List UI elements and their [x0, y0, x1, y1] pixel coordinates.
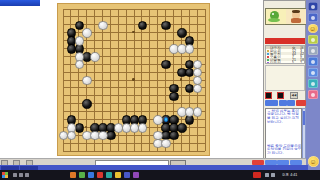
grid-line: [157, 9, 158, 151]
icon-glyph: [311, 60, 315, 64]
right-toolbar: ☺☺: [306, 0, 320, 180]
black-player-avatar: [266, 9, 287, 24]
star-point: [132, 78, 134, 80]
tray-icon[interactable]: [271, 173, 275, 177]
white-stone: [75, 36, 84, 45]
chart-icon[interactable]: [308, 68, 318, 77]
white-stone: [82, 28, 91, 37]
grid-line: [63, 151, 205, 152]
screen: S.Applet 대국실 1024 ● 청룡 5단 (흑) ○ 백호 7단 (백…: [0, 0, 320, 180]
status-tab-메모[interactable]: 메모: [1, 166, 19, 170]
white-stone: [90, 52, 99, 61]
player-list[interactable]: 대국자 승 패 한수위 12 3 돌부처 44 42 구름이 7 9 바람돌 2…: [265, 45, 305, 64]
chat-panel[interactable]: → 하변 전투는 흑이 성공입니다. 백 석점을 잡고 실리가 크게 났습니다.…: [265, 108, 302, 159]
white-stone: [185, 44, 194, 53]
icon-glyph: [311, 5, 315, 9]
grid-line: [63, 95, 205, 96]
sidebar-top-row: 대국실 1024: [265, 2, 305, 7]
white-stone: [75, 60, 84, 69]
white-player-avatar: [286, 9, 306, 24]
action-button-관전[interactable]: 관전: [279, 100, 287, 106]
black-stone: [169, 92, 178, 101]
icon-glyph: [311, 49, 315, 53]
heart-icon[interactable]: [308, 90, 318, 99]
player-icon: [267, 62, 269, 64]
white-stone: [193, 84, 202, 93]
tray-icon[interactable]: [265, 173, 269, 177]
taskbar-app-icon[interactable]: [88, 172, 94, 178]
taskbar-app-icon[interactable]: [133, 172, 139, 178]
black-stone: [161, 60, 170, 69]
quicklaunch-icon[interactable]: [13, 173, 17, 177]
person-hair: [292, 10, 300, 13]
tools-icon[interactable]: [308, 79, 318, 88]
star-point: [132, 31, 134, 33]
empty-panel: [265, 65, 305, 91]
disk-icon[interactable]: [308, 57, 318, 66]
grid-line: [63, 143, 205, 144]
action-button-나가기[interactable]: 나가기: [296, 100, 306, 106]
black-player-caption: ● 청룡 5단 (흑): [265, 24, 305, 28]
star-point: [180, 78, 182, 80]
white-stone: [193, 107, 202, 116]
window-titlebar[interactable]: S.Applet: [0, 0, 40, 6]
taskbar-app-icon[interactable]: [124, 172, 130, 178]
player-cartoons: [265, 8, 307, 25]
room-icon[interactable]: [308, 2, 318, 11]
icon-glyph: [311, 93, 315, 97]
leaf-icon[interactable]: [308, 35, 318, 44]
taskbar-app-icon[interactable]: [79, 172, 85, 178]
black-stone: [169, 131, 178, 140]
taskbar-app-icon[interactable]: [70, 172, 76, 178]
black-stone: [177, 123, 186, 132]
status-tab-대화[interactable]: 대화: [20, 166, 38, 170]
action-button-채팅[interactable]: 채팅: [287, 100, 295, 106]
taskbar-app-icon[interactable]: [106, 172, 112, 178]
taskbar[interactable]: 오후 4:41: [0, 170, 320, 180]
star-point: [85, 126, 87, 128]
black-stone: [177, 28, 186, 37]
chat-line: → 하변 전투는 흑이 성공입니다. 백 석점을 잡고 실리가 크게 났습니다.: [267, 109, 302, 143]
person-body: [291, 18, 301, 23]
white-stone: [138, 123, 147, 132]
white-player-caption: ○ 백호 7단 (백): [265, 29, 305, 33]
smiley-icon[interactable]: ☺: [308, 24, 318, 33]
grid-line: [63, 87, 205, 88]
taskbar-app-icon[interactable]: [97, 172, 103, 178]
action-button-대국신청[interactable]: 대국신청: [265, 100, 278, 106]
grid-line: [149, 9, 150, 151]
snake-eye: [272, 13, 274, 15]
white-stone: [98, 21, 107, 30]
go-board[interactable]: [57, 3, 210, 156]
snake-body: [268, 18, 280, 22]
doc-icon[interactable]: [308, 46, 318, 55]
icon-glyph: [311, 71, 315, 75]
white-stone: [153, 115, 162, 124]
move-nav-row: ◀◀◀▶▶▶: [265, 92, 305, 99]
taskbar-app-icon[interactable]: [115, 172, 121, 178]
move-nav-button[interactable]: ◀◀: [290, 92, 298, 99]
game-info-line: 제한시간 10분 · 초읽기 30초 3회: [265, 34, 305, 38]
bottom-smiley-icon[interactable]: ☺: [308, 156, 319, 167]
icon-glyph: [311, 38, 315, 42]
black-stone: [82, 99, 91, 108]
icon-glyph: [311, 16, 315, 20]
black-stone: [161, 21, 170, 30]
tray-clock: 오후 4:41: [282, 173, 297, 177]
grid-line: [189, 9, 190, 151]
quicklaunch-icon[interactable]: [25, 173, 29, 177]
player-list-row[interactable]: 달무리 5 2: [266, 61, 304, 64]
black-stone: [138, 21, 147, 30]
sidebar: 대국실 1024 ● 청룡 5단 (흑) ○ 백호 7단 (백) 제한시간 10…: [263, 0, 306, 159]
board-icon[interactable]: [308, 13, 318, 22]
grid-line: [205, 9, 206, 151]
chat-line: 백은 중앙 두터움으로 우상변을 키워야 승부가 됩니다.: [267, 144, 302, 159]
white-stone: [82, 76, 91, 85]
icon-glyph: [311, 82, 315, 86]
white-stone: [161, 139, 170, 148]
black-stone-chip: [265, 92, 272, 99]
white-stone: [67, 131, 76, 140]
ad-banner[interactable]: 명국을 감상하세요!: [265, 38, 305, 44]
last-move-marker: [164, 117, 169, 122]
quicklaunch-icon[interactable]: [19, 173, 23, 177]
action-button-row: 대국신청관전채팅나가기: [265, 100, 306, 107]
black-stone-chip: [277, 92, 284, 99]
tray-alert-icon[interactable]: [253, 172, 261, 178]
start-button[interactable]: [2, 172, 8, 178]
white-stone: [98, 131, 107, 140]
